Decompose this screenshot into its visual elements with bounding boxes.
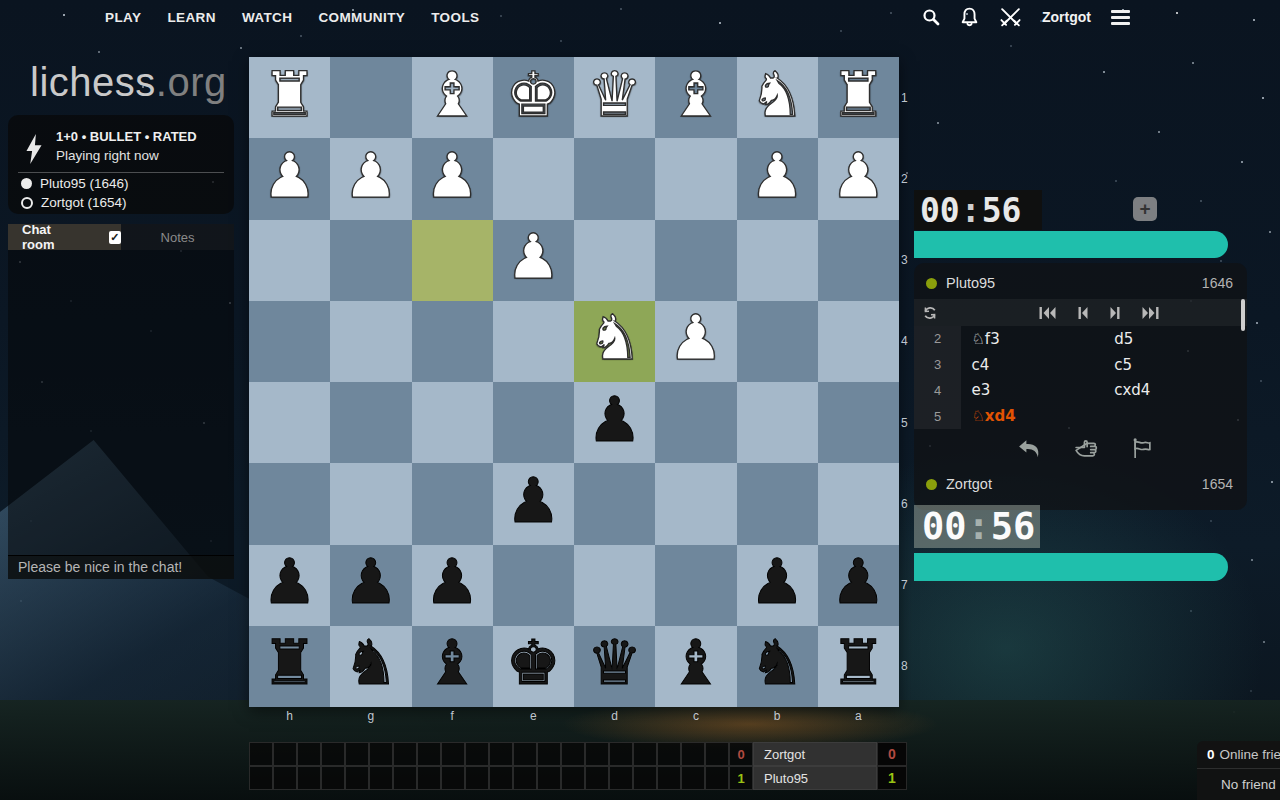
crosstable-empty-cell xyxy=(417,742,441,766)
crosstable-result-cell[interactable]: 0 xyxy=(729,742,753,766)
friends-box: 0 Online frien No friend xyxy=(1197,741,1280,800)
square-c3[interactable] xyxy=(655,220,736,301)
move-black[interactable]: cxd4 xyxy=(1104,381,1247,399)
square-e1[interactable]: ♚ xyxy=(493,57,574,138)
crosstable-empty-cell xyxy=(537,742,561,766)
crosstable-empty-cell xyxy=(369,742,393,766)
square-d3[interactable] xyxy=(574,220,655,301)
move-number: 5 xyxy=(914,403,961,429)
crosstable-empty-cell xyxy=(393,766,417,790)
square-h2[interactable]: ♟ xyxy=(249,138,330,219)
black-b-c8[interactable]: ♝ xyxy=(668,632,724,694)
move-number: 2 xyxy=(914,326,961,352)
rank-label-3: 3 xyxy=(901,220,908,301)
black-r-a8[interactable]: ♜ xyxy=(831,632,887,694)
square-b4[interactable] xyxy=(737,301,818,382)
square-f8[interactable]: ♝ xyxy=(412,626,493,707)
opponent-clock-bar xyxy=(914,231,1228,258)
resign-flag-icon[interactable] xyxy=(1132,438,1153,463)
white-p-g2[interactable]: ♟ xyxy=(343,145,399,207)
square-a2[interactable]: ♟ xyxy=(818,138,899,219)
search-icon[interactable] xyxy=(922,8,940,26)
friends-empty: No friend xyxy=(1197,768,1280,800)
opponent-name[interactable]: Pluto95 xyxy=(946,275,995,291)
player-clock-seconds: 56 xyxy=(991,505,1036,548)
top-nav: PLAY LEARN WATCH COMMUNITY TOOLS Zortgot xyxy=(0,0,1280,34)
rank-coordinates: 12345678 xyxy=(901,57,908,707)
white-p-c4[interactable]: ♟ xyxy=(668,307,724,369)
file-label-d: d xyxy=(574,709,655,723)
tab-chat-room[interactable]: Chat room ✓ xyxy=(8,224,121,250)
crosstable-empty-cell xyxy=(609,742,633,766)
square-b3[interactable] xyxy=(737,220,818,301)
player-clock-minutes: 00 xyxy=(922,505,967,548)
crosstable-empty-cell xyxy=(561,766,585,790)
friends-label: Online frien xyxy=(1220,747,1280,762)
crosstable-empty-cell xyxy=(585,766,609,790)
crosstable-empty-cell xyxy=(417,766,441,790)
move-list: 2♘f3d53c4c54e3cxd45♘xd4 xyxy=(914,326,1247,429)
crosstable-result-cell[interactable]: 1 xyxy=(729,766,753,790)
crosstable-empty-cell xyxy=(585,742,609,766)
player-row: Zortgot 1654 xyxy=(914,469,1247,499)
square-b6[interactable] xyxy=(737,463,818,544)
black-k-e8[interactable]: ♚ xyxy=(506,632,562,694)
opponent-clock: 00:56 xyxy=(914,190,1042,230)
crosstable-player-name[interactable]: Pluto95 xyxy=(753,766,877,790)
square-c5[interactable] xyxy=(655,382,736,463)
crosstable-empty-cell xyxy=(465,766,489,790)
chat-input[interactable] xyxy=(8,556,234,577)
square-f6[interactable] xyxy=(412,463,493,544)
square-h4[interactable] xyxy=(249,301,330,382)
crosstable: 0Zortgot01Pluto951 xyxy=(249,742,907,790)
board: ♜♝♚♛♝♞♜♟♟♟♟♟♟♞♟♟♟♟♟♟♟♟♜♞♝♚♛♝♞♜ xyxy=(249,57,899,707)
square-a3[interactable] xyxy=(818,220,899,301)
black-n-b8[interactable]: ♞ xyxy=(749,632,805,694)
game-side-panel: Pluto95 1646 2♘f3d53c4c54e3cxd45♘xd4 xyxy=(914,263,1247,510)
crosstable-score: 0 xyxy=(877,742,907,766)
white-k-e1[interactable]: ♚ xyxy=(506,64,562,126)
square-h7[interactable]: ♟ xyxy=(249,545,330,626)
black-p-h7[interactable]: ♟ xyxy=(262,551,318,613)
crosstable-empty-cell xyxy=(681,742,705,766)
black-r-h8[interactable]: ♜ xyxy=(262,632,318,694)
player-clock-bar xyxy=(914,553,1228,581)
rank-label-8: 8 xyxy=(901,626,908,707)
rank-label-1: 1 xyxy=(901,57,908,138)
white-q-d1[interactable]: ♛ xyxy=(587,64,643,126)
nav-tools[interactable]: TOOLS xyxy=(431,10,479,25)
rank-label-4: 4 xyxy=(901,301,908,382)
crosstable-empty-cell xyxy=(273,766,297,790)
bullet-lightning-icon xyxy=(23,133,45,169)
square-f2[interactable]: ♟ xyxy=(412,138,493,219)
crosstable-empty-cell xyxy=(657,742,681,766)
black-p-f7[interactable]: ♟ xyxy=(424,551,480,613)
square-f5[interactable] xyxy=(412,382,493,463)
square-d1[interactable]: ♛ xyxy=(574,57,655,138)
player-name[interactable]: Zortgot xyxy=(946,476,992,492)
crosstable-empty-cell xyxy=(393,742,417,766)
chat-toggle-checkbox[interactable]: ✓ xyxy=(109,231,121,244)
online-indicator xyxy=(926,278,937,289)
chat-input-wrap xyxy=(8,555,234,579)
square-f1[interactable]: ♝ xyxy=(412,57,493,138)
file-label-f: f xyxy=(412,709,493,723)
square-g4[interactable] xyxy=(330,301,411,382)
black-color-icon xyxy=(21,197,33,209)
white-n-d4[interactable]: ♞ xyxy=(587,307,643,369)
white-player-label: Pluto95 (1646) xyxy=(40,176,129,191)
player-rating: 1654 xyxy=(1202,476,1233,492)
square-e4[interactable] xyxy=(493,301,574,382)
square-g6[interactable] xyxy=(330,463,411,544)
white-color-icon xyxy=(21,178,32,189)
crosstable-empty-cell xyxy=(561,742,585,766)
white-p-b2[interactable]: ♟ xyxy=(749,145,805,207)
square-e5[interactable] xyxy=(493,382,574,463)
takeback-icon[interactable] xyxy=(1016,438,1043,465)
file-coordinates: hgfedcba xyxy=(249,709,899,723)
crosstable-empty-cell xyxy=(369,766,393,790)
friends-header[interactable]: 0 Online frien xyxy=(1197,741,1280,768)
square-c6[interactable] xyxy=(655,463,736,544)
hamburger-menu-icon[interactable] xyxy=(1111,10,1130,25)
player-clock-colon: : xyxy=(967,505,991,548)
crosstable-empty-cell xyxy=(345,766,369,790)
white-b-f1[interactable]: ♝ xyxy=(424,64,480,126)
white-r-h1[interactable]: ♜ xyxy=(262,64,318,126)
black-p-d5[interactable]: ♟ xyxy=(587,389,643,451)
crosstable-empty-cell xyxy=(513,766,537,790)
square-f7[interactable]: ♟ xyxy=(412,545,493,626)
player-clock: 00:56 xyxy=(914,505,1040,548)
square-d8[interactable]: ♛ xyxy=(574,626,655,707)
opponent-rating: 1646 xyxy=(1202,275,1233,291)
cycle-icon[interactable] xyxy=(922,305,938,321)
square-g2[interactable]: ♟ xyxy=(330,138,411,219)
draw-offer-hand-icon[interactable] xyxy=(1074,438,1099,463)
square-e8[interactable]: ♚ xyxy=(493,626,574,707)
move-number: 4 xyxy=(914,378,961,404)
square-b5[interactable] xyxy=(737,382,818,463)
crosstable-empty-cell xyxy=(537,766,561,790)
friends-count: 0 xyxy=(1207,747,1215,762)
white-p-f2[interactable]: ♟ xyxy=(424,145,480,207)
crosstable-player-name[interactable]: Zortgot xyxy=(753,742,877,766)
opponent-clock-colon: : xyxy=(960,191,982,230)
square-h1[interactable]: ♜ xyxy=(249,57,330,138)
square-f4[interactable] xyxy=(412,301,493,382)
square-f3[interactable] xyxy=(412,220,493,301)
nav-watch[interactable]: WATCH xyxy=(242,10,293,25)
crosstable-empty-cell xyxy=(273,742,297,766)
move-row: 2♘f3d5 xyxy=(914,326,1247,352)
lichess-game-page: PLAY LEARN WATCH COMMUNITY TOOLS Zortgot… xyxy=(0,0,1280,800)
white-n-b1[interactable]: ♞ xyxy=(749,64,805,126)
square-e7[interactable] xyxy=(493,545,574,626)
notes-label: Notes xyxy=(161,230,195,245)
file-label-h: h xyxy=(249,709,330,723)
chat-room-label: Chat room xyxy=(22,222,83,252)
crosstable-empty-cell xyxy=(249,766,273,790)
game-info-box: 1+0 • BULLET • RATED Playing right now P… xyxy=(8,115,234,214)
game-actions xyxy=(914,433,1247,469)
black-p-e6[interactable]: ♟ xyxy=(506,470,562,532)
square-a7[interactable]: ♟ xyxy=(818,545,899,626)
nav-right: Zortgot xyxy=(922,0,1130,34)
game-info-divider xyxy=(18,172,224,173)
white-p-a2[interactable]: ♟ xyxy=(831,145,887,207)
crosstable-row: 1Pluto951 xyxy=(249,766,907,790)
crosstable-empty-cell xyxy=(321,766,345,790)
move-white[interactable]: c4 xyxy=(961,356,1104,374)
crosstable-empty-cell xyxy=(441,766,465,790)
square-e6[interactable]: ♟ xyxy=(493,463,574,544)
first-move-button[interactable] xyxy=(1039,307,1056,319)
black-n-g8[interactable]: ♞ xyxy=(343,632,399,694)
square-g3[interactable] xyxy=(330,220,411,301)
file-label-c: c xyxy=(655,709,736,723)
white-r-a1[interactable]: ♜ xyxy=(831,64,887,126)
nav-learn[interactable]: LEARN xyxy=(167,10,216,25)
move-toolbar xyxy=(914,299,1247,326)
nav-play[interactable]: PLAY xyxy=(105,10,141,25)
square-c7[interactable] xyxy=(655,545,736,626)
square-d5[interactable]: ♟ xyxy=(574,382,655,463)
lichess-logo[interactable]: lichess.org xyxy=(30,60,227,105)
crosstable-empty-cell xyxy=(321,742,345,766)
white-p-h2[interactable]: ♟ xyxy=(262,145,318,207)
logo-name: lichess xyxy=(30,60,156,104)
square-c1[interactable]: ♝ xyxy=(655,57,736,138)
square-g7[interactable]: ♟ xyxy=(330,545,411,626)
square-g1[interactable] xyxy=(330,57,411,138)
white-player-line: Pluto95 (1646) xyxy=(21,176,129,191)
crosstable-empty-cell xyxy=(705,766,729,790)
move-row: 5♘xd4 xyxy=(914,403,1247,429)
square-h3[interactable] xyxy=(249,220,330,301)
square-d7[interactable] xyxy=(574,545,655,626)
square-b1[interactable]: ♞ xyxy=(737,57,818,138)
crosstable-empty-cell xyxy=(249,742,273,766)
crosstable-empty-cell xyxy=(657,766,681,790)
move-row: 3c4c5 xyxy=(914,352,1247,378)
square-h6[interactable] xyxy=(249,463,330,544)
crosstable-row: 0Zortgot0 xyxy=(249,742,907,766)
square-a6[interactable] xyxy=(818,463,899,544)
square-a8[interactable]: ♜ xyxy=(818,626,899,707)
move-row: 4e3cxd4 xyxy=(914,378,1247,404)
black-p-b7[interactable]: ♟ xyxy=(749,551,805,613)
move-white[interactable]: e3 xyxy=(961,381,1104,399)
game-info-type: 1+0 • BULLET • RATED xyxy=(56,129,197,144)
next-move-button[interactable] xyxy=(1110,307,1120,319)
online-indicator xyxy=(926,479,937,490)
black-b-f8[interactable]: ♝ xyxy=(424,632,480,694)
crosstable-empty-cell xyxy=(489,766,513,790)
last-move-button[interactable] xyxy=(1142,307,1159,319)
logo-tld: .org xyxy=(156,60,227,104)
opponent-clock-seconds: 56 xyxy=(982,191,1022,230)
challenge-swords-icon[interactable] xyxy=(999,7,1022,28)
nav-items: PLAY LEARN WATCH COMMUNITY TOOLS xyxy=(0,10,479,25)
crosstable-empty-cell xyxy=(705,742,729,766)
square-c8[interactable]: ♝ xyxy=(655,626,736,707)
black-p-g7[interactable]: ♟ xyxy=(343,551,399,613)
black-player-label: Zortgot (1654) xyxy=(41,195,127,210)
black-p-a7[interactable]: ♟ xyxy=(831,551,887,613)
square-a1[interactable]: ♜ xyxy=(818,57,899,138)
chat-tabs: Chat room ✓ Notes xyxy=(8,224,234,250)
move-black[interactable]: c5 xyxy=(1104,356,1247,374)
square-b7[interactable]: ♟ xyxy=(737,545,818,626)
crosstable-empty-cell xyxy=(297,766,321,790)
rank-label-2: 2 xyxy=(901,138,908,219)
crosstable-empty-cell xyxy=(465,742,489,766)
white-p-e3[interactable]: ♟ xyxy=(506,226,562,288)
square-d2[interactable] xyxy=(574,138,655,219)
square-e3[interactable]: ♟ xyxy=(493,220,574,301)
rank-label-7: 7 xyxy=(901,545,908,626)
square-a5[interactable] xyxy=(818,382,899,463)
move-white[interactable]: ♘f3 xyxy=(961,330,1104,348)
black-player-line: Zortgot (1654) xyxy=(21,195,127,210)
crosstable-empty-cell xyxy=(441,742,465,766)
move-black[interactable]: d5 xyxy=(1104,330,1247,348)
prev-move-button[interactable] xyxy=(1078,307,1088,319)
nav-community[interactable]: COMMUNITY xyxy=(318,10,405,25)
crosstable-empty-cell xyxy=(297,742,321,766)
square-g5[interactable] xyxy=(330,382,411,463)
square-e2[interactable] xyxy=(493,138,574,219)
friends-empty-label: No friend xyxy=(1221,777,1276,792)
square-c2[interactable] xyxy=(655,138,736,219)
file-label-b: b xyxy=(737,709,818,723)
crosstable-empty-cell xyxy=(609,766,633,790)
square-h5[interactable] xyxy=(249,382,330,463)
square-a4[interactable] xyxy=(818,301,899,382)
square-g8[interactable]: ♞ xyxy=(330,626,411,707)
file-label-g: g xyxy=(330,709,411,723)
white-b-c1[interactable]: ♝ xyxy=(668,64,724,126)
crosstable-empty-cell xyxy=(633,742,657,766)
square-b2[interactable]: ♟ xyxy=(737,138,818,219)
square-b8[interactable]: ♞ xyxy=(737,626,818,707)
file-label-a: a xyxy=(818,709,899,723)
username-menu[interactable]: Zortgot xyxy=(1042,9,1091,25)
notifications-bell-icon[interactable] xyxy=(960,7,979,27)
rank-label-6: 6 xyxy=(901,463,908,544)
game-info-status: Playing right now xyxy=(56,148,159,163)
crosstable-empty-cell xyxy=(513,742,537,766)
square-h8[interactable]: ♜ xyxy=(249,626,330,707)
crosstable-empty-cell xyxy=(681,766,705,790)
black-q-d8[interactable]: ♛ xyxy=(587,632,643,694)
crosstable-score: 1 xyxy=(877,766,907,790)
tab-notes[interactable]: Notes xyxy=(121,224,234,250)
move-nav-buttons xyxy=(1014,307,1184,319)
move-white[interactable]: ♘xd4 xyxy=(961,407,1104,425)
give-more-time-button[interactable]: + xyxy=(1133,197,1157,221)
file-label-e: e xyxy=(493,709,574,723)
crosstable-empty-cell xyxy=(489,742,513,766)
opponent-clock-minutes: 00 xyxy=(920,191,960,230)
chat-messages-area xyxy=(8,250,234,555)
move-number: 3 xyxy=(914,352,961,378)
square-d4[interactable]: ♞ xyxy=(574,301,655,382)
rank-label-5: 5 xyxy=(901,382,908,463)
opponent-row: Pluto95 1646 xyxy=(914,268,1247,298)
square-c4[interactable]: ♟ xyxy=(655,301,736,382)
crosstable-empty-cell xyxy=(633,766,657,790)
crosstable-empty-cell xyxy=(345,742,369,766)
square-d6[interactable] xyxy=(574,463,655,544)
